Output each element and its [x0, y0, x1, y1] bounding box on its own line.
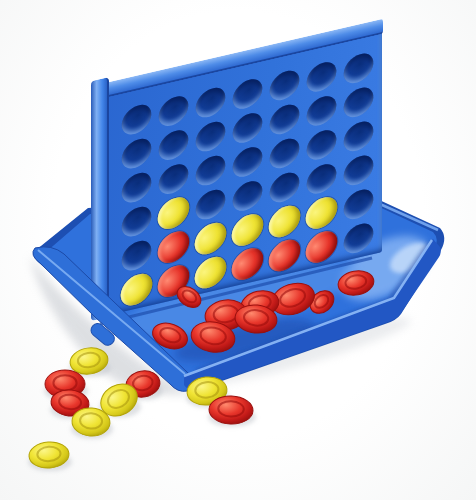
tray-loose-discs — [149, 268, 376, 356]
red-disc-in-tray — [173, 282, 205, 312]
tray-front-layer — [0, 0, 476, 500]
red-disc-in-tray — [336, 268, 376, 298]
connect-four-product-photo — [0, 0, 476, 500]
tray-left-wall — [33, 247, 194, 392]
tray-left-wall-highlight — [38, 250, 185, 374]
